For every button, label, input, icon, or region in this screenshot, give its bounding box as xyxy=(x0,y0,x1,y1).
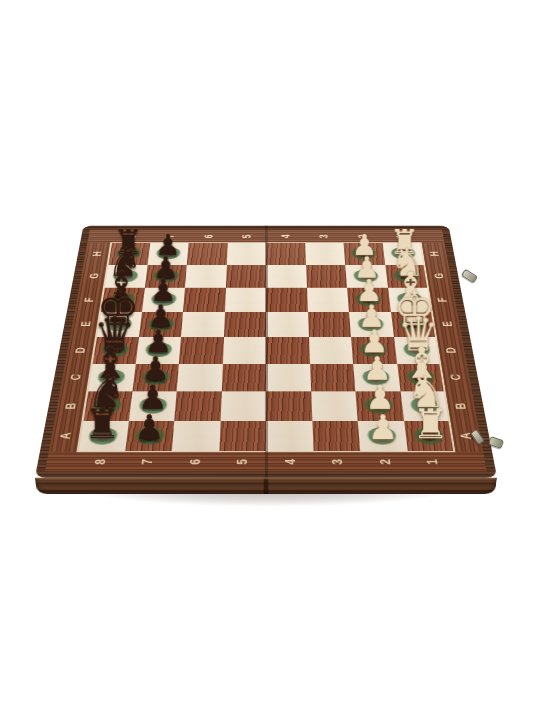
square-h3 xyxy=(305,243,345,265)
square-g6 xyxy=(185,265,226,288)
square-b6 xyxy=(174,391,221,420)
file-label-B: B xyxy=(445,391,478,420)
square-e2 xyxy=(349,312,394,337)
square-g7 xyxy=(144,265,186,288)
square-f7 xyxy=(142,288,185,312)
rank-label-4: 4 xyxy=(266,452,314,472)
rank-label-6: 6 xyxy=(170,452,219,472)
box-front-side xyxy=(35,478,497,494)
square-c6 xyxy=(177,364,223,392)
square-h6 xyxy=(187,243,227,265)
square-a5 xyxy=(219,421,266,452)
square-d2 xyxy=(351,337,397,364)
frame-corner xyxy=(454,452,486,472)
square-f6 xyxy=(183,288,225,312)
square-e1 xyxy=(390,312,436,337)
square-c8 xyxy=(87,364,135,392)
square-d4 xyxy=(266,337,310,364)
rank-label-5: 5 xyxy=(218,452,266,472)
square-g4 xyxy=(266,265,307,288)
square-f5 xyxy=(225,288,266,312)
square-b7 xyxy=(128,391,176,420)
file-label-F: F xyxy=(428,288,457,312)
square-e8 xyxy=(96,312,142,337)
square-a3 xyxy=(312,421,360,452)
rank-label-7: 7 xyxy=(122,452,171,472)
square-b3 xyxy=(311,391,358,420)
file-label-C: C xyxy=(440,364,472,392)
square-g5 xyxy=(225,265,266,288)
square-d3 xyxy=(309,337,354,364)
square-a2 xyxy=(358,421,408,452)
square-e4 xyxy=(266,312,309,337)
square-g1 xyxy=(385,265,428,288)
square-h5 xyxy=(226,243,266,265)
square-e7 xyxy=(139,312,184,337)
square-a6 xyxy=(172,421,220,452)
rank-label-1: 1 xyxy=(381,230,421,243)
square-b4 xyxy=(266,391,312,420)
file-label-E: E xyxy=(432,312,462,337)
board-face: 87654321HHGGFFEEDDCCBBAA87654321 xyxy=(45,230,487,472)
rank-label-8: 8 xyxy=(111,230,151,243)
square-b5 xyxy=(220,391,266,420)
square-c1 xyxy=(397,364,445,392)
square-h7 xyxy=(147,243,188,265)
square-d5 xyxy=(222,337,266,364)
square-f8 xyxy=(100,288,144,312)
square-c5 xyxy=(221,364,266,392)
square-h4 xyxy=(266,243,306,265)
square-g3 xyxy=(306,265,347,288)
square-f1 xyxy=(388,288,432,312)
rank-label-1: 1 xyxy=(407,452,457,472)
square-e3 xyxy=(307,312,351,337)
square-c2 xyxy=(353,364,400,392)
rank-label-6: 6 xyxy=(189,230,228,243)
square-h1 xyxy=(382,243,424,265)
file-label-H: H xyxy=(421,243,449,265)
square-e5 xyxy=(224,312,267,337)
rank-label-2: 2 xyxy=(360,452,409,472)
square-c4 xyxy=(266,364,311,392)
frame-corner xyxy=(419,230,445,243)
metal-clasp-icon xyxy=(461,269,478,284)
square-c3 xyxy=(310,364,356,392)
rank-label-5: 5 xyxy=(227,230,266,243)
square-a1 xyxy=(404,421,455,452)
rank-label-3: 3 xyxy=(313,452,362,472)
square-f2 xyxy=(347,288,390,312)
frame-corner xyxy=(45,452,77,472)
frame-corner xyxy=(87,230,113,243)
square-g8 xyxy=(104,265,147,288)
square-d7 xyxy=(135,337,181,364)
square-f3 xyxy=(307,288,349,312)
square-a4 xyxy=(266,421,313,452)
square-d6 xyxy=(179,337,224,364)
square-d8 xyxy=(92,337,139,364)
rank-label-8: 8 xyxy=(74,452,124,472)
file-label-H: H xyxy=(83,243,111,265)
square-h8 xyxy=(108,243,150,265)
square-f4 xyxy=(266,288,307,312)
file-label-D: D xyxy=(436,337,467,364)
square-d1 xyxy=(394,337,441,364)
file-label-G: G xyxy=(424,265,452,288)
rank-label-3: 3 xyxy=(304,230,343,243)
square-b8 xyxy=(83,391,132,420)
chessboard-photo: 87654321HHGGFFEEDDCCBBAA87654321 ♜♟♟♜♞♟♟… xyxy=(0,0,540,720)
square-e6 xyxy=(181,312,225,337)
square-h2 xyxy=(343,243,384,265)
square-a7 xyxy=(125,421,175,452)
rank-label-4: 4 xyxy=(266,230,305,243)
chess-board: 87654321HHGGFFEEDDCCBBAA87654321 ♜♟♟♜♞♟♟… xyxy=(35,226,497,478)
rank-label-2: 2 xyxy=(342,230,382,243)
square-b1 xyxy=(400,391,449,420)
rank-label-7: 7 xyxy=(150,230,190,243)
square-g2 xyxy=(345,265,387,288)
square-c7 xyxy=(132,364,179,392)
square-b2 xyxy=(355,391,403,420)
square-a8 xyxy=(78,421,129,452)
